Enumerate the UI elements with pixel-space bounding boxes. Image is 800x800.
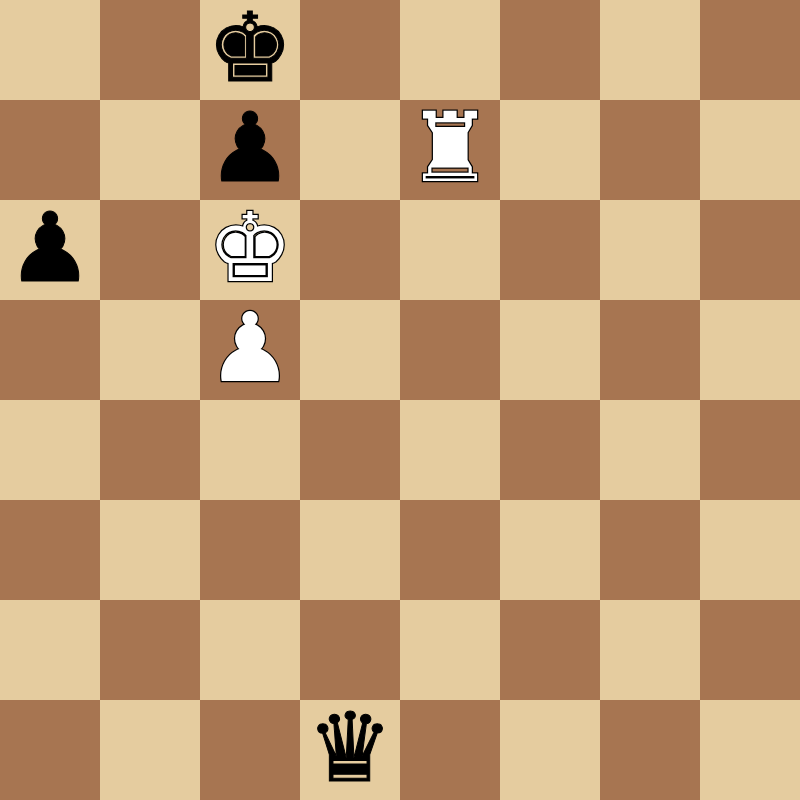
square-e3[interactable] — [400, 500, 500, 600]
square-f7[interactable] — [500, 100, 600, 200]
square-a2[interactable] — [0, 600, 100, 700]
square-d8[interactable] — [300, 0, 400, 100]
square-c3[interactable] — [200, 500, 300, 600]
square-g1[interactable] — [600, 700, 700, 800]
white-rook[interactable]: ♜ — [407, 98, 493, 198]
black-pawn[interactable]: ♟ — [7, 198, 93, 298]
square-f3[interactable] — [500, 500, 600, 600]
square-a3[interactable] — [0, 500, 100, 600]
square-f2[interactable] — [500, 600, 600, 700]
square-c4[interactable] — [200, 400, 300, 500]
square-g6[interactable] — [600, 200, 700, 300]
square-b8[interactable] — [100, 0, 200, 100]
square-a6[interactable]: ♟ — [0, 200, 100, 300]
square-g8[interactable] — [600, 0, 700, 100]
square-e5[interactable] — [400, 300, 500, 400]
white-pawn[interactable]: ♟ — [207, 298, 293, 398]
square-d1[interactable]: ♛ — [300, 700, 400, 800]
square-d3[interactable] — [300, 500, 400, 600]
square-a4[interactable] — [0, 400, 100, 500]
square-f1[interactable] — [500, 700, 600, 800]
square-g5[interactable] — [600, 300, 700, 400]
square-d6[interactable] — [300, 200, 400, 300]
square-g4[interactable] — [600, 400, 700, 500]
square-e4[interactable] — [400, 400, 500, 500]
square-f5[interactable] — [500, 300, 600, 400]
black-pawn[interactable]: ♟ — [207, 98, 293, 198]
square-c7[interactable]: ♟ — [200, 100, 300, 200]
square-b6[interactable] — [100, 200, 200, 300]
square-b7[interactable] — [100, 100, 200, 200]
square-b2[interactable] — [100, 600, 200, 700]
square-d4[interactable] — [300, 400, 400, 500]
square-e8[interactable] — [400, 0, 500, 100]
square-c5[interactable]: ♟ — [200, 300, 300, 400]
square-g3[interactable] — [600, 500, 700, 600]
square-c6[interactable]: ♚ — [200, 200, 300, 300]
square-c2[interactable] — [200, 600, 300, 700]
square-a8[interactable] — [0, 0, 100, 100]
square-d7[interactable] — [300, 100, 400, 200]
square-e6[interactable] — [400, 200, 500, 300]
chess-board: ♚♟♜♟♚♟♛ — [0, 0, 800, 800]
square-c1[interactable] — [200, 700, 300, 800]
square-g7[interactable] — [600, 100, 700, 200]
square-f4[interactable] — [500, 400, 600, 500]
square-c8[interactable]: ♚ — [200, 0, 300, 100]
square-e1[interactable] — [400, 700, 500, 800]
square-d5[interactable] — [300, 300, 400, 400]
square-h6[interactable] — [700, 200, 800, 300]
square-h1[interactable] — [700, 700, 800, 800]
black-queen[interactable]: ♛ — [307, 698, 393, 798]
square-g2[interactable] — [600, 600, 700, 700]
square-b1[interactable] — [100, 700, 200, 800]
square-h4[interactable] — [700, 400, 800, 500]
square-h2[interactable] — [700, 600, 800, 700]
square-h5[interactable] — [700, 300, 800, 400]
square-e7[interactable]: ♜ — [400, 100, 500, 200]
square-h3[interactable] — [700, 500, 800, 600]
square-a1[interactable] — [0, 700, 100, 800]
square-b5[interactable] — [100, 300, 200, 400]
square-a5[interactable] — [0, 300, 100, 400]
square-e2[interactable] — [400, 600, 500, 700]
square-f8[interactable] — [500, 0, 600, 100]
black-king[interactable]: ♚ — [207, 0, 293, 98]
square-a7[interactable] — [0, 100, 100, 200]
square-d2[interactable] — [300, 600, 400, 700]
square-h8[interactable] — [700, 0, 800, 100]
square-b3[interactable] — [100, 500, 200, 600]
square-b4[interactable] — [100, 400, 200, 500]
white-king[interactable]: ♚ — [207, 198, 293, 298]
square-h7[interactable] — [700, 100, 800, 200]
square-f6[interactable] — [500, 200, 600, 300]
